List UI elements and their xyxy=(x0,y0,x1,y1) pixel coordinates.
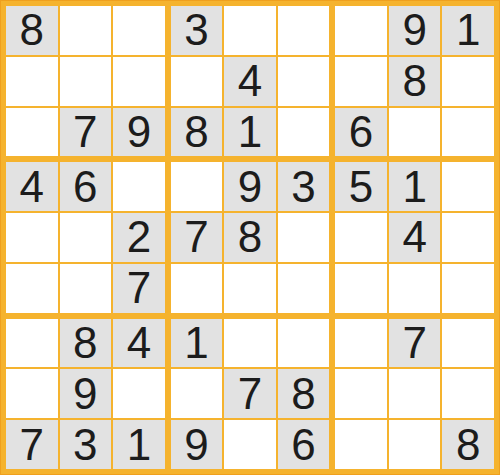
cell-r5c1[interactable] xyxy=(6,213,58,262)
cell-r3c2: 7 xyxy=(60,108,112,157)
cell-r2c1[interactable] xyxy=(6,57,58,106)
cell-r6c6[interactable] xyxy=(278,264,330,313)
cell-r3c6[interactable] xyxy=(278,108,330,157)
box-7: 849731 xyxy=(6,319,165,469)
cell-r5c3: 2 xyxy=(113,213,165,262)
cell-r6c9[interactable] xyxy=(442,264,494,313)
cell-r4c4[interactable] xyxy=(171,162,223,211)
cell-r3c5: 1 xyxy=(224,108,276,157)
cell-r1c3[interactable] xyxy=(113,6,165,55)
cell-r2c7[interactable] xyxy=(335,57,387,106)
box-8: 17896 xyxy=(171,319,330,469)
box-9: 78 xyxy=(335,319,494,469)
cell-r8c8[interactable] xyxy=(389,369,441,418)
cell-r5c4: 7 xyxy=(171,213,223,262)
box-6: 514 xyxy=(335,162,494,312)
box-1: 879 xyxy=(6,6,165,156)
cell-r1c1: 8 xyxy=(6,6,58,55)
cell-r9c2: 3 xyxy=(60,420,112,469)
cell-r9c5[interactable] xyxy=(224,420,276,469)
cell-r6c3: 7 xyxy=(113,264,165,313)
cell-r4c2: 6 xyxy=(60,162,112,211)
cell-r9c4: 9 xyxy=(171,420,223,469)
cell-r7c3: 4 xyxy=(113,319,165,368)
cell-r1c6[interactable] xyxy=(278,6,330,55)
cell-r2c5: 4 xyxy=(224,57,276,106)
cell-r1c8: 9 xyxy=(389,6,441,55)
cell-r6c1[interactable] xyxy=(6,264,58,313)
cell-r7c5[interactable] xyxy=(224,319,276,368)
cell-r2c9[interactable] xyxy=(442,57,494,106)
cell-r4c5: 9 xyxy=(224,162,276,211)
cell-r6c7[interactable] xyxy=(335,264,387,313)
cell-r1c4: 3 xyxy=(171,6,223,55)
cell-r3c4: 8 xyxy=(171,108,223,157)
cell-r8c5: 7 xyxy=(224,369,276,418)
cell-r8c9[interactable] xyxy=(442,369,494,418)
cell-r3c9[interactable] xyxy=(442,108,494,157)
cell-r8c6: 8 xyxy=(278,369,330,418)
cell-r8c3[interactable] xyxy=(113,369,165,418)
cell-r7c9[interactable] xyxy=(442,319,494,368)
cell-r4c8: 1 xyxy=(389,162,441,211)
cell-r2c4[interactable] xyxy=(171,57,223,106)
cell-r6c5[interactable] xyxy=(224,264,276,313)
cell-r4c6: 3 xyxy=(278,162,330,211)
cell-r1c9: 1 xyxy=(442,6,494,55)
cell-r9c9: 8 xyxy=(442,420,494,469)
cell-r4c9[interactable] xyxy=(442,162,494,211)
cell-r7c8: 7 xyxy=(389,319,441,368)
cell-r6c2[interactable] xyxy=(60,264,112,313)
cell-r7c6[interactable] xyxy=(278,319,330,368)
cell-r5c6[interactable] xyxy=(278,213,330,262)
cell-r9c8[interactable] xyxy=(389,420,441,469)
cell-r8c1[interactable] xyxy=(6,369,58,418)
cell-r7c1[interactable] xyxy=(6,319,58,368)
box-2: 3481 xyxy=(171,6,330,156)
cell-r2c6[interactable] xyxy=(278,57,330,106)
cell-r4c7: 5 xyxy=(335,162,387,211)
cell-r5c2[interactable] xyxy=(60,213,112,262)
cell-r3c3: 9 xyxy=(113,108,165,157)
cell-r4c3[interactable] xyxy=(113,162,165,211)
cell-r3c7: 6 xyxy=(335,108,387,157)
cell-r8c7[interactable] xyxy=(335,369,387,418)
cell-r6c4[interactable] xyxy=(171,264,223,313)
cell-r8c4[interactable] xyxy=(171,369,223,418)
cell-r1c2[interactable] xyxy=(60,6,112,55)
box-5: 9378 xyxy=(171,162,330,312)
cell-r3c1[interactable] xyxy=(6,108,58,157)
cell-r7c4: 1 xyxy=(171,319,223,368)
cell-r9c7[interactable] xyxy=(335,420,387,469)
cell-r5c9[interactable] xyxy=(442,213,494,262)
cell-r7c7[interactable] xyxy=(335,319,387,368)
cell-r5c5: 8 xyxy=(224,213,276,262)
cell-r9c3: 1 xyxy=(113,420,165,469)
cell-r2c3[interactable] xyxy=(113,57,165,106)
cell-r3c8[interactable] xyxy=(389,108,441,157)
cell-r7c2: 8 xyxy=(60,319,112,368)
box-4: 4627 xyxy=(6,162,165,312)
cell-r2c2[interactable] xyxy=(60,57,112,106)
box-3: 9186 xyxy=(335,6,494,156)
cell-r1c5[interactable] xyxy=(224,6,276,55)
cell-r5c8: 4 xyxy=(389,213,441,262)
cell-r4c1: 4 xyxy=(6,162,58,211)
sudoku-board: 87934819186462793785148497311789678 xyxy=(0,0,500,475)
cell-r1c7[interactable] xyxy=(335,6,387,55)
cell-r5c7[interactable] xyxy=(335,213,387,262)
cell-r8c2: 9 xyxy=(60,369,112,418)
cell-r9c6: 6 xyxy=(278,420,330,469)
cell-r2c8: 8 xyxy=(389,57,441,106)
cell-r9c1: 7 xyxy=(6,420,58,469)
cell-r6c8[interactable] xyxy=(389,264,441,313)
